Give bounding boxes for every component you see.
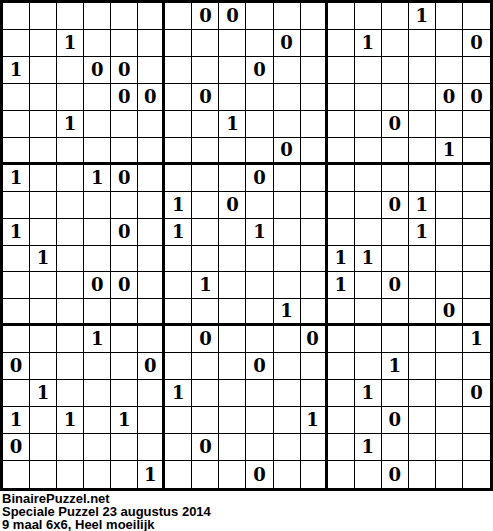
- empty-cell-r4c4[interactable]: [84, 84, 111, 111]
- empty-cell-r10c12[interactable]: [301, 246, 328, 273]
- empty-cell-r14c12[interactable]: [301, 353, 328, 380]
- empty-cell-r9c6[interactable]: [138, 219, 165, 246]
- given-cell-r15c2: 1: [30, 380, 57, 407]
- empty-cell-r18c4[interactable]: [84, 461, 111, 488]
- empty-cell-r7c7[interactable]: [165, 165, 192, 192]
- empty-cell-r8c14[interactable]: [355, 192, 382, 219]
- empty-cell-r13c2[interactable]: [30, 326, 57, 353]
- given-cell-r5c15: 0: [382, 111, 409, 138]
- empty-cell-r17c17[interactable]: [436, 434, 463, 461]
- empty-cell-r7c13[interactable]: [328, 165, 355, 192]
- empty-cell-r8c1[interactable]: [3, 192, 30, 219]
- empty-cell-r9c13[interactable]: [328, 219, 355, 246]
- empty-cell-r3c15[interactable]: [382, 57, 409, 84]
- empty-cell-r18c2[interactable]: [30, 461, 57, 488]
- empty-cell-r14c17[interactable]: [436, 353, 463, 380]
- empty-cell-r2c16[interactable]: [409, 30, 436, 57]
- empty-cell-r7c16[interactable]: [409, 165, 436, 192]
- given-cell-r7c4: 1: [84, 165, 111, 192]
- empty-cell-r10c10[interactable]: [246, 246, 273, 273]
- empty-cell-r8c10[interactable]: [246, 192, 273, 219]
- empty-cell-r6c14[interactable]: [355, 138, 382, 165]
- given-cell-r6c11: 0: [274, 138, 301, 165]
- empty-cell-r10c15[interactable]: [382, 246, 409, 273]
- empty-cell-r12c8[interactable]: [192, 299, 219, 326]
- given-cell-r3c1: 1: [3, 57, 30, 84]
- empty-cell-r7c18[interactable]: [463, 165, 490, 192]
- empty-cell-r12c12[interactable]: [301, 299, 328, 326]
- empty-cell-r10c17[interactable]: [436, 246, 463, 273]
- empty-cell-r2c9[interactable]: [219, 30, 246, 57]
- empty-cell-r9c3[interactable]: [57, 219, 84, 246]
- empty-cell-r16c14[interactable]: [355, 407, 382, 434]
- empty-cell-r10c9[interactable]: [219, 246, 246, 273]
- empty-cell-r12c3[interactable]: [57, 299, 84, 326]
- given-cell-r9c7: 1: [165, 219, 192, 246]
- empty-cell-r13c16[interactable]: [409, 326, 436, 353]
- empty-cell-r4c1[interactable]: [3, 84, 30, 111]
- empty-cell-r16c17[interactable]: [436, 407, 463, 434]
- empty-cell-r13c5[interactable]: [111, 326, 138, 353]
- empty-cell-r15c13[interactable]: [328, 380, 355, 407]
- empty-cell-r3c7[interactable]: [165, 57, 192, 84]
- empty-cell-r11c18[interactable]: [463, 272, 490, 299]
- empty-cell-r9c4[interactable]: [84, 219, 111, 246]
- empty-cell-r4c12[interactable]: [301, 84, 328, 111]
- footer: BinairePuzzel.net Speciale Puzzel 23 aug…: [2, 492, 211, 531]
- empty-cell-r13c10[interactable]: [246, 326, 273, 353]
- empty-cell-r2c10[interactable]: [246, 30, 273, 57]
- empty-cell-r10c6[interactable]: [138, 246, 165, 273]
- empty-cell-r9c8[interactable]: [192, 219, 219, 246]
- empty-cell-r15c11[interactable]: [274, 380, 301, 407]
- empty-cell-r13c6[interactable]: [138, 326, 165, 353]
- empty-cell-r2c8[interactable]: [192, 30, 219, 57]
- empty-cell-r1c5[interactable]: [111, 3, 138, 30]
- given-cell-r8c16: 1: [409, 192, 436, 219]
- given-cell-r2c14: 1: [355, 30, 382, 57]
- empty-cell-r10c18[interactable]: [463, 246, 490, 273]
- empty-cell-r2c5[interactable]: [111, 30, 138, 57]
- empty-cell-r9c11[interactable]: [274, 219, 301, 246]
- given-cell-r1c8: 0: [192, 3, 219, 30]
- empty-cell-r8c4[interactable]: [84, 192, 111, 219]
- empty-cell-r7c6[interactable]: [138, 165, 165, 192]
- empty-cell-r16c11[interactable]: [274, 407, 301, 434]
- empty-cell-r14c5[interactable]: [111, 353, 138, 380]
- empty-cell-r8c13[interactable]: [328, 192, 355, 219]
- empty-cell-r16c18[interactable]: [463, 407, 490, 434]
- empty-cell-r9c17[interactable]: [436, 219, 463, 246]
- empty-cell-r17c15[interactable]: [382, 434, 409, 461]
- empty-cell-r6c1[interactable]: [3, 138, 30, 165]
- empty-cell-r12c14[interactable]: [355, 299, 382, 326]
- given-cell-r8c15: 0: [382, 192, 409, 219]
- empty-cell-r6c13[interactable]: [328, 138, 355, 165]
- empty-cell-r2c2[interactable]: [30, 30, 57, 57]
- empty-cell-r12c18[interactable]: [463, 299, 490, 326]
- empty-cell-r1c10[interactable]: [246, 3, 273, 30]
- empty-cell-r6c15[interactable]: [382, 138, 409, 165]
- empty-cell-r11c16[interactable]: [409, 272, 436, 299]
- empty-cell-r10c3[interactable]: [57, 246, 84, 273]
- empty-cell-r15c1[interactable]: [3, 380, 30, 407]
- empty-cell-r18c5[interactable]: [111, 461, 138, 488]
- empty-cell-r1c11[interactable]: [274, 3, 301, 30]
- empty-cell-r9c12[interactable]: [301, 219, 328, 246]
- given-cell-r2c11: 0: [274, 30, 301, 57]
- empty-cell-r4c7[interactable]: [165, 84, 192, 111]
- empty-cell-r5c13[interactable]: [328, 111, 355, 138]
- empty-cell-r11c6[interactable]: [138, 272, 165, 299]
- empty-cell-r14c3[interactable]: [57, 353, 84, 380]
- empty-cell-r2c1[interactable]: [3, 30, 30, 57]
- empty-cell-r18c7[interactable]: [165, 461, 192, 488]
- empty-cell-r18c8[interactable]: [192, 461, 219, 488]
- empty-cell-r7c14[interactable]: [355, 165, 382, 192]
- empty-cell-r10c4[interactable]: [84, 246, 111, 273]
- given-cell-r16c12: 1: [301, 407, 328, 434]
- empty-cell-r10c11[interactable]: [274, 246, 301, 273]
- empty-cell-r9c14[interactable]: [355, 219, 382, 246]
- empty-cell-r15c6[interactable]: [138, 380, 165, 407]
- empty-cell-r15c3[interactable]: [57, 380, 84, 407]
- empty-cell-r2c13[interactable]: [328, 30, 355, 57]
- empty-cell-r16c9[interactable]: [219, 407, 246, 434]
- given-cell-r4c8: 0: [192, 84, 219, 111]
- empty-cell-r5c17[interactable]: [436, 111, 463, 138]
- empty-cell-r2c7[interactable]: [165, 30, 192, 57]
- empty-cell-r11c1[interactable]: [3, 272, 30, 299]
- empty-cell-r5c14[interactable]: [355, 111, 382, 138]
- empty-cell-r12c2[interactable]: [30, 299, 57, 326]
- given-cell-r16c5: 1: [111, 407, 138, 434]
- empty-cell-r15c4[interactable]: [84, 380, 111, 407]
- empty-cell-r17c7[interactable]: [165, 434, 192, 461]
- empty-cell-r13c17[interactable]: [436, 326, 463, 353]
- empty-cell-r18c11[interactable]: [274, 461, 301, 488]
- empty-cell-r8c6[interactable]: [138, 192, 165, 219]
- given-cell-r13c12: 0: [301, 326, 328, 353]
- empty-cell-r1c1[interactable]: [3, 3, 30, 30]
- empty-cell-r2c6[interactable]: [138, 30, 165, 57]
- given-cell-r1c16: 1: [409, 3, 436, 30]
- empty-cell-r12c7[interactable]: [165, 299, 192, 326]
- given-cell-r13c8: 0: [192, 326, 219, 353]
- empty-cell-r5c4[interactable]: [84, 111, 111, 138]
- empty-cell-r17c4[interactable]: [84, 434, 111, 461]
- given-cell-r11c8: 1: [192, 272, 219, 299]
- given-cell-r11c4: 0: [84, 272, 111, 299]
- empty-cell-r16c10[interactable]: [246, 407, 273, 434]
- empty-cell-r12c5[interactable]: [111, 299, 138, 326]
- given-cell-r3c10: 0: [246, 57, 273, 84]
- empty-cell-r7c17[interactable]: [436, 165, 463, 192]
- empty-cell-r5c8[interactable]: [192, 111, 219, 138]
- empty-cell-r3c13[interactable]: [328, 57, 355, 84]
- empty-cell-r17c9[interactable]: [219, 434, 246, 461]
- empty-cell-r7c2[interactable]: [30, 165, 57, 192]
- given-cell-r8c7: 1: [165, 192, 192, 219]
- given-cell-r17c14: 1: [355, 434, 382, 461]
- empty-cell-r4c11[interactable]: [274, 84, 301, 111]
- empty-cell-r3c8[interactable]: [192, 57, 219, 84]
- empty-cell-r8c11[interactable]: [274, 192, 301, 219]
- given-cell-r15c7: 1: [165, 380, 192, 407]
- empty-cell-r15c10[interactable]: [246, 380, 273, 407]
- empty-cell-r13c1[interactable]: [3, 326, 30, 353]
- empty-cell-r15c8[interactable]: [192, 380, 219, 407]
- empty-cell-r3c11[interactable]: [274, 57, 301, 84]
- empty-cell-r15c12[interactable]: [301, 380, 328, 407]
- empty-cell-r17c10[interactable]: [246, 434, 273, 461]
- empty-cell-r13c11[interactable]: [274, 326, 301, 353]
- empty-cell-r18c1[interactable]: [3, 461, 30, 488]
- empty-cell-r6c8[interactable]: [192, 138, 219, 165]
- empty-cell-r8c18[interactable]: [463, 192, 490, 219]
- empty-cell-r1c6[interactable]: [138, 3, 165, 30]
- given-cell-r7c10: 0: [246, 165, 273, 192]
- empty-cell-r17c11[interactable]: [274, 434, 301, 461]
- empty-cell-r3c16[interactable]: [409, 57, 436, 84]
- empty-cell-r5c6[interactable]: [138, 111, 165, 138]
- given-cell-r10c14: 1: [355, 246, 382, 273]
- empty-cell-r3c14[interactable]: [355, 57, 382, 84]
- empty-cell-r16c4[interactable]: [84, 407, 111, 434]
- empty-cell-r13c13[interactable]: [328, 326, 355, 353]
- empty-cell-r5c16[interactable]: [409, 111, 436, 138]
- empty-cell-r6c18[interactable]: [463, 138, 490, 165]
- empty-cell-r5c1[interactable]: [3, 111, 30, 138]
- empty-cell-r5c12[interactable]: [301, 111, 328, 138]
- empty-cell-r8c17[interactable]: [436, 192, 463, 219]
- empty-cell-r7c12[interactable]: [301, 165, 328, 192]
- empty-cell-r8c12[interactable]: [301, 192, 328, 219]
- given-cell-r12c11: 1: [274, 299, 301, 326]
- empty-cell-r6c12[interactable]: [301, 138, 328, 165]
- empty-cell-r5c7[interactable]: [165, 111, 192, 138]
- empty-cell-r13c3[interactable]: [57, 326, 84, 353]
- empty-cell-r16c7[interactable]: [165, 407, 192, 434]
- given-cell-r11c5: 0: [111, 272, 138, 299]
- empty-cell-r10c8[interactable]: [192, 246, 219, 273]
- empty-cell-r3c6[interactable]: [138, 57, 165, 84]
- empty-cell-r3c3[interactable]: [57, 57, 84, 84]
- empty-cell-r1c7[interactable]: [165, 3, 192, 30]
- empty-cell-r14c14[interactable]: [355, 353, 382, 380]
- empty-cell-r9c18[interactable]: [463, 219, 490, 246]
- empty-cell-r13c14[interactable]: [355, 326, 382, 353]
- empty-cell-r14c18[interactable]: [463, 353, 490, 380]
- empty-cell-r1c17[interactable]: [436, 3, 463, 30]
- empty-cell-r6c16[interactable]: [409, 138, 436, 165]
- empty-cell-r18c9[interactable]: [219, 461, 246, 488]
- empty-cell-r14c9[interactable]: [219, 353, 246, 380]
- given-cell-r9c5: 0: [111, 219, 138, 246]
- empty-cell-r12c1[interactable]: [3, 299, 30, 326]
- empty-cell-r18c13[interactable]: [328, 461, 355, 488]
- empty-cell-r3c17[interactable]: [436, 57, 463, 84]
- empty-cell-r3c2[interactable]: [30, 57, 57, 84]
- empty-cell-r6c6[interactable]: [138, 138, 165, 165]
- given-cell-r11c15: 0: [382, 272, 409, 299]
- empty-cell-r14c7[interactable]: [165, 353, 192, 380]
- empty-cell-r15c5[interactable]: [111, 380, 138, 407]
- empty-cell-r1c18[interactable]: [463, 3, 490, 30]
- given-cell-r14c6: 0: [138, 353, 165, 380]
- empty-cell-r15c17[interactable]: [436, 380, 463, 407]
- empty-cell-r12c6[interactable]: [138, 299, 165, 326]
- empty-cell-r13c9[interactable]: [219, 326, 246, 353]
- empty-cell-r18c12[interactable]: [301, 461, 328, 488]
- empty-cell-r3c18[interactable]: [463, 57, 490, 84]
- empty-cell-r12c15[interactable]: [382, 299, 409, 326]
- empty-cell-r9c15[interactable]: [382, 219, 409, 246]
- empty-cell-r7c3[interactable]: [57, 165, 84, 192]
- given-cell-r18c15: 0: [382, 461, 409, 488]
- empty-cell-r12c9[interactable]: [219, 299, 246, 326]
- empty-cell-r14c4[interactable]: [84, 353, 111, 380]
- empty-cell-r6c5[interactable]: [111, 138, 138, 165]
- empty-cell-r2c12[interactable]: [301, 30, 328, 57]
- empty-cell-r6c2[interactable]: [30, 138, 57, 165]
- empty-cell-r6c4[interactable]: [84, 138, 111, 165]
- empty-cell-r1c15[interactable]: [382, 3, 409, 30]
- empty-cell-r11c14[interactable]: [355, 272, 382, 299]
- empty-cell-r10c1[interactable]: [3, 246, 30, 273]
- empty-cell-r7c9[interactable]: [219, 165, 246, 192]
- given-cell-r6c17: 1: [436, 138, 463, 165]
- empty-cell-r10c16[interactable]: [409, 246, 436, 273]
- empty-cell-r17c2[interactable]: [30, 434, 57, 461]
- empty-cell-r16c6[interactable]: [138, 407, 165, 434]
- empty-cell-r6c9[interactable]: [219, 138, 246, 165]
- empty-cell-r17c6[interactable]: [138, 434, 165, 461]
- empty-cell-r1c14[interactable]: [355, 3, 382, 30]
- empty-cell-r11c7[interactable]: [165, 272, 192, 299]
- empty-cell-r4c2[interactable]: [30, 84, 57, 111]
- empty-cell-r15c16[interactable]: [409, 380, 436, 407]
- empty-cell-r18c17[interactable]: [436, 461, 463, 488]
- empty-cell-r1c4[interactable]: [84, 3, 111, 30]
- empty-cell-r11c17[interactable]: [436, 272, 463, 299]
- empty-cell-r12c10[interactable]: [246, 299, 273, 326]
- empty-cell-r11c3[interactable]: [57, 272, 84, 299]
- given-cell-r17c8: 0: [192, 434, 219, 461]
- empty-cell-r4c16[interactable]: [409, 84, 436, 111]
- given-cell-r14c15: 1: [382, 353, 409, 380]
- empty-cell-r6c3[interactable]: [57, 138, 84, 165]
- empty-cell-r17c16[interactable]: [409, 434, 436, 461]
- empty-cell-r12c4[interactable]: [84, 299, 111, 326]
- empty-cell-r4c13[interactable]: [328, 84, 355, 111]
- empty-cell-r5c5[interactable]: [111, 111, 138, 138]
- given-cell-r17c1: 0: [3, 434, 30, 461]
- empty-cell-r12c13[interactable]: [328, 299, 355, 326]
- empty-cell-r8c5[interactable]: [111, 192, 138, 219]
- empty-cell-r5c11[interactable]: [274, 111, 301, 138]
- empty-cell-r13c7[interactable]: [165, 326, 192, 353]
- empty-cell-r4c15[interactable]: [382, 84, 409, 111]
- empty-cell-r14c2[interactable]: [30, 353, 57, 380]
- empty-cell-r11c11[interactable]: [274, 272, 301, 299]
- given-cell-r9c1: 1: [3, 219, 30, 246]
- empty-cell-r6c10[interactable]: [246, 138, 273, 165]
- empty-cell-r9c2[interactable]: [30, 219, 57, 246]
- given-cell-r4c18: 0: [463, 84, 490, 111]
- empty-cell-r14c13[interactable]: [328, 353, 355, 380]
- empty-cell-r12c16[interactable]: [409, 299, 436, 326]
- empty-cell-r18c16[interactable]: [409, 461, 436, 488]
- empty-cell-r6c7[interactable]: [165, 138, 192, 165]
- empty-cell-r2c15[interactable]: [382, 30, 409, 57]
- empty-cell-r1c13[interactable]: [328, 3, 355, 30]
- empty-cell-r3c12[interactable]: [301, 57, 328, 84]
- empty-cell-r8c8[interactable]: [192, 192, 219, 219]
- empty-cell-r11c2[interactable]: [30, 272, 57, 299]
- empty-cell-r5c2[interactable]: [30, 111, 57, 138]
- empty-cell-r8c2[interactable]: [30, 192, 57, 219]
- given-cell-r2c18: 0: [463, 30, 490, 57]
- empty-cell-r16c13[interactable]: [328, 407, 355, 434]
- empty-cell-r17c5[interactable]: [111, 434, 138, 461]
- empty-cell-r3c9[interactable]: [219, 57, 246, 84]
- empty-cell-r2c17[interactable]: [436, 30, 463, 57]
- empty-cell-r7c11[interactable]: [274, 165, 301, 192]
- empty-cell-r4c14[interactable]: [355, 84, 382, 111]
- given-cell-r9c10: 1: [246, 219, 273, 246]
- given-cell-r9c16: 1: [409, 219, 436, 246]
- empty-cell-r17c12[interactable]: [301, 434, 328, 461]
- empty-cell-r4c10[interactable]: [246, 84, 273, 111]
- empty-cell-r7c8[interactable]: [192, 165, 219, 192]
- empty-cell-r16c8[interactable]: [192, 407, 219, 434]
- empty-cell-r18c18[interactable]: [463, 461, 490, 488]
- empty-cell-r7c15[interactable]: [382, 165, 409, 192]
- empty-cell-r4c9[interactable]: [219, 84, 246, 111]
- empty-cell-r16c2[interactable]: [30, 407, 57, 434]
- empty-cell-r14c8[interactable]: [192, 353, 219, 380]
- empty-cell-r16c16[interactable]: [409, 407, 436, 434]
- empty-cell-r2c4[interactable]: [84, 30, 111, 57]
- empty-cell-r5c10[interactable]: [246, 111, 273, 138]
- empty-cell-r15c9[interactable]: [219, 380, 246, 407]
- empty-cell-r17c13[interactable]: [328, 434, 355, 461]
- empty-cell-r9c9[interactable]: [219, 219, 246, 246]
- empty-cell-r1c12[interactable]: [301, 3, 328, 30]
- empty-cell-r15c15[interactable]: [382, 380, 409, 407]
- empty-cell-r1c3[interactable]: [57, 3, 84, 30]
- empty-cell-r11c12[interactable]: [301, 272, 328, 299]
- empty-cell-r1c2[interactable]: [30, 3, 57, 30]
- empty-cell-r11c10[interactable]: [246, 272, 273, 299]
- empty-cell-r14c16[interactable]: [409, 353, 436, 380]
- empty-cell-r18c14[interactable]: [355, 461, 382, 488]
- given-cell-r14c1: 0: [3, 353, 30, 380]
- empty-cell-r11c9[interactable]: [219, 272, 246, 299]
- empty-cell-r10c5[interactable]: [111, 246, 138, 273]
- empty-cell-r4c3[interactable]: [57, 84, 84, 111]
- given-cell-r16c3: 1: [57, 407, 84, 434]
- empty-cell-r8c3[interactable]: [57, 192, 84, 219]
- empty-cell-r17c3[interactable]: [57, 434, 84, 461]
- empty-cell-r5c18[interactable]: [463, 111, 490, 138]
- empty-cell-r13c15[interactable]: [382, 326, 409, 353]
- empty-cell-r18c3[interactable]: [57, 461, 84, 488]
- empty-cell-r14c11[interactable]: [274, 353, 301, 380]
- empty-cell-r10c7[interactable]: [165, 246, 192, 273]
- empty-cell-r17c18[interactable]: [463, 434, 490, 461]
